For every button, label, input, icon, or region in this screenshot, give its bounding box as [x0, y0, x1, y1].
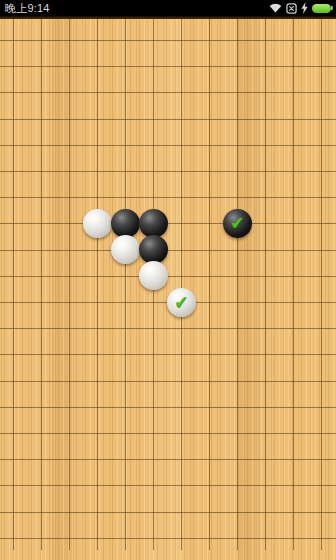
gomoku-board[interactable]: ✔✔: [0, 16, 336, 560]
no-sim-icon: [286, 3, 297, 14]
grid-vline: [265, 19, 266, 550]
grid-hline: [0, 223, 336, 224]
grid-vline: [181, 19, 182, 550]
grid-vline: [293, 19, 294, 550]
status-time: 晚上9:14: [5, 0, 50, 16]
grid-hline: [0, 433, 336, 434]
charging-bolt-icon: [301, 2, 308, 14]
last-move-check-icon: ✔: [222, 208, 253, 239]
phone-screen: 晚上9:14 ✔✔: [0, 0, 336, 560]
grid-hline: [0, 119, 336, 120]
grid-vline: [237, 19, 238, 550]
grid-hline: [0, 512, 336, 513]
black-stone: [111, 209, 140, 238]
grid-hline: [0, 538, 336, 539]
grid-hline: [0, 92, 336, 93]
board-top-edge: [0, 16, 336, 19]
black-stone: [139, 209, 168, 238]
grid-hline: [0, 354, 336, 355]
grid-hline: [0, 276, 336, 277]
grid-hline: [0, 381, 336, 382]
white-stone: [139, 261, 168, 290]
grid-hline: [0, 485, 336, 486]
grid-vline: [321, 19, 322, 550]
white-stone: [111, 235, 140, 264]
grid-hline: [0, 66, 336, 67]
grid-hline: [0, 250, 336, 251]
grid-vline: [41, 19, 42, 550]
grid-vline: [13, 19, 14, 550]
black-stone: [139, 235, 168, 264]
white-stone: [83, 209, 112, 238]
grid-hline: [0, 197, 336, 198]
battery-icon: [312, 4, 331, 13]
grid-hline: [0, 40, 336, 41]
last-move-check-icon: ✔: [166, 287, 197, 318]
grid-vline: [97, 19, 98, 550]
grid-hline: [0, 171, 336, 172]
grid-hline: [0, 459, 336, 460]
grid-vline: [125, 19, 126, 550]
grid-hline: [0, 145, 336, 146]
grid-hline: [0, 407, 336, 408]
status-bar: 晚上9:14: [0, 0, 336, 16]
status-icons: [269, 2, 331, 14]
grid-vline: [69, 19, 70, 550]
grid-hline: [0, 328, 336, 329]
black-stone-last-move: ✔: [223, 209, 252, 238]
wifi-icon: [269, 3, 282, 13]
grid-vline: [209, 19, 210, 550]
white-stone-last-move: ✔: [167, 288, 196, 317]
